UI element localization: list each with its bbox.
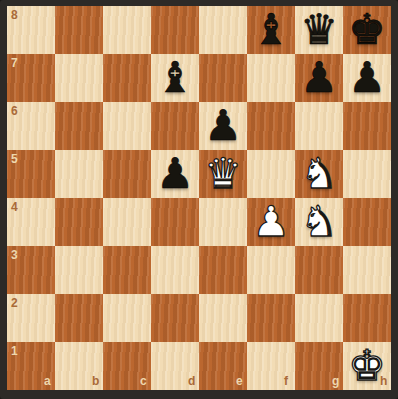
square-c3[interactable] [103, 246, 151, 294]
square-f5[interactable] [247, 150, 295, 198]
square-h3[interactable] [343, 246, 391, 294]
square-g1[interactable] [295, 342, 343, 390]
square-g5[interactable]: ♞ [295, 150, 343, 198]
square-e6[interactable]: ♟ [199, 102, 247, 150]
square-h1[interactable]: ♚ [343, 342, 391, 390]
square-g3[interactable] [295, 246, 343, 294]
square-g6[interactable] [295, 102, 343, 150]
square-h8[interactable]: ♚ [343, 6, 391, 54]
square-g7[interactable]: ♟ [295, 54, 343, 102]
square-h5[interactable] [343, 150, 391, 198]
square-e2[interactable] [199, 294, 247, 342]
square-e7[interactable] [199, 54, 247, 102]
square-d2[interactable] [151, 294, 199, 342]
square-d3[interactable] [151, 246, 199, 294]
square-c1[interactable] [103, 342, 151, 390]
square-f2[interactable] [247, 294, 295, 342]
piece-white-queen[interactable]: ♛ [199, 150, 247, 198]
piece-black-pawn[interactable]: ♟ [199, 102, 247, 150]
square-g2[interactable] [295, 294, 343, 342]
square-a8[interactable] [7, 6, 55, 54]
square-a2[interactable] [7, 294, 55, 342]
square-c4[interactable] [103, 198, 151, 246]
square-a1[interactable] [7, 342, 55, 390]
square-f6[interactable] [247, 102, 295, 150]
square-b2[interactable] [55, 294, 103, 342]
square-b7[interactable] [55, 54, 103, 102]
square-c6[interactable] [103, 102, 151, 150]
piece-black-pawn[interactable]: ♟ [151, 150, 199, 198]
square-f4[interactable]: ♟ [247, 198, 295, 246]
piece-white-pawn[interactable]: ♟ [247, 198, 295, 246]
piece-black-queen[interactable]: ♛ [295, 6, 343, 54]
square-f1[interactable] [247, 342, 295, 390]
square-g4[interactable]: ♞ [295, 198, 343, 246]
square-e8[interactable] [199, 6, 247, 54]
square-e1[interactable] [199, 342, 247, 390]
piece-black-pawn[interactable]: ♟ [295, 54, 343, 102]
square-h7[interactable]: ♟ [343, 54, 391, 102]
square-c5[interactable] [103, 150, 151, 198]
square-b5[interactable] [55, 150, 103, 198]
piece-white-king[interactable]: ♚ [343, 342, 391, 390]
square-f7[interactable] [247, 54, 295, 102]
piece-black-pawn[interactable]: ♟ [343, 54, 391, 102]
square-a5[interactable] [7, 150, 55, 198]
square-e4[interactable] [199, 198, 247, 246]
square-b1[interactable] [55, 342, 103, 390]
square-a7[interactable] [7, 54, 55, 102]
square-h2[interactable] [343, 294, 391, 342]
piece-white-knight[interactable]: ♞ [295, 198, 343, 246]
square-d6[interactable] [151, 102, 199, 150]
square-b3[interactable] [55, 246, 103, 294]
square-h4[interactable] [343, 198, 391, 246]
square-b4[interactable] [55, 198, 103, 246]
board-frame: ♝♛♚♝♟♟♟♟♛♞♟♞♚ 87654321 abcdefgh [0, 0, 398, 399]
piece-black-bishop[interactable]: ♝ [247, 6, 295, 54]
square-d7[interactable]: ♝ [151, 54, 199, 102]
square-b8[interactable] [55, 6, 103, 54]
square-g8[interactable]: ♛ [295, 6, 343, 54]
piece-black-king[interactable]: ♚ [343, 6, 391, 54]
square-d4[interactable] [151, 198, 199, 246]
square-e5[interactable]: ♛ [199, 150, 247, 198]
piece-white-knight[interactable]: ♞ [295, 150, 343, 198]
chess-board: ♝♛♚♝♟♟♟♟♛♞♟♞♚ 87654321 abcdefgh [7, 6, 391, 390]
square-c7[interactable] [103, 54, 151, 102]
square-c8[interactable] [103, 6, 151, 54]
square-c2[interactable] [103, 294, 151, 342]
square-f8[interactable]: ♝ [247, 6, 295, 54]
square-a3[interactable] [7, 246, 55, 294]
board-squares: ♝♛♚♝♟♟♟♟♛♞♟♞♚ [7, 6, 391, 390]
square-e3[interactable] [199, 246, 247, 294]
square-d5[interactable]: ♟ [151, 150, 199, 198]
piece-black-bishop[interactable]: ♝ [151, 54, 199, 102]
square-d1[interactable] [151, 342, 199, 390]
square-f3[interactable] [247, 246, 295, 294]
square-a6[interactable] [7, 102, 55, 150]
square-b6[interactable] [55, 102, 103, 150]
square-h6[interactable] [343, 102, 391, 150]
square-a4[interactable] [7, 198, 55, 246]
square-d8[interactable] [151, 6, 199, 54]
